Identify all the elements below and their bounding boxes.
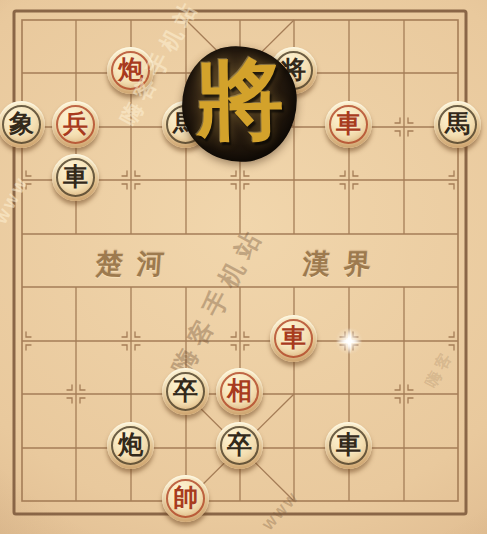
piece-black-soldier-b[interactable]: 卒 — [216, 422, 263, 469]
app-logo: 將 — [178, 42, 301, 166]
piece-glyph: 帥 — [162, 475, 209, 522]
piece-glyph: 兵 — [52, 101, 99, 148]
piece-glyph: 炮 — [107, 422, 154, 469]
piece-glyph: 車 — [270, 315, 317, 362]
xiangqi-board-screen: 楚河 漢界 炮将象兵馬車馬車車卒相炮卒車帥 將 嗨客手机站 嗨客手机站 WWW … — [0, 0, 487, 534]
sparkle-core — [345, 337, 353, 345]
piece-black-soldier-a[interactable]: 卒 — [162, 368, 209, 415]
piece-red-soldier[interactable]: 兵 — [52, 101, 99, 148]
piece-black-elephant[interactable]: 象 — [0, 101, 45, 148]
piece-glyph: 卒 — [162, 368, 209, 415]
piece-black-chariot-right[interactable]: 車 — [325, 422, 372, 469]
piece-glyph: 象 — [0, 101, 45, 148]
piece-black-cannon[interactable]: 炮 — [107, 422, 154, 469]
piece-red-cannon[interactable]: 炮 — [107, 47, 154, 94]
piece-glyph: 車 — [325, 422, 372, 469]
piece-glyph: 車 — [325, 101, 372, 148]
piece-red-chariot-mid[interactable]: 車 — [270, 315, 317, 362]
piece-glyph: 卒 — [216, 422, 263, 469]
piece-red-chariot-top[interactable]: 車 — [325, 101, 372, 148]
piece-red-elephant[interactable]: 相 — [216, 368, 263, 415]
piece-black-horse-right[interactable]: 馬 — [434, 101, 481, 148]
piece-red-general[interactable]: 帥 — [162, 475, 209, 522]
piece-glyph: 車 — [52, 154, 99, 201]
piece-glyph: 相 — [216, 368, 263, 415]
piece-glyph: 馬 — [434, 101, 481, 148]
app-logo-glyph: 將 — [195, 56, 285, 152]
piece-black-chariot-left[interactable]: 車 — [52, 154, 99, 201]
piece-glyph: 炮 — [107, 47, 154, 94]
